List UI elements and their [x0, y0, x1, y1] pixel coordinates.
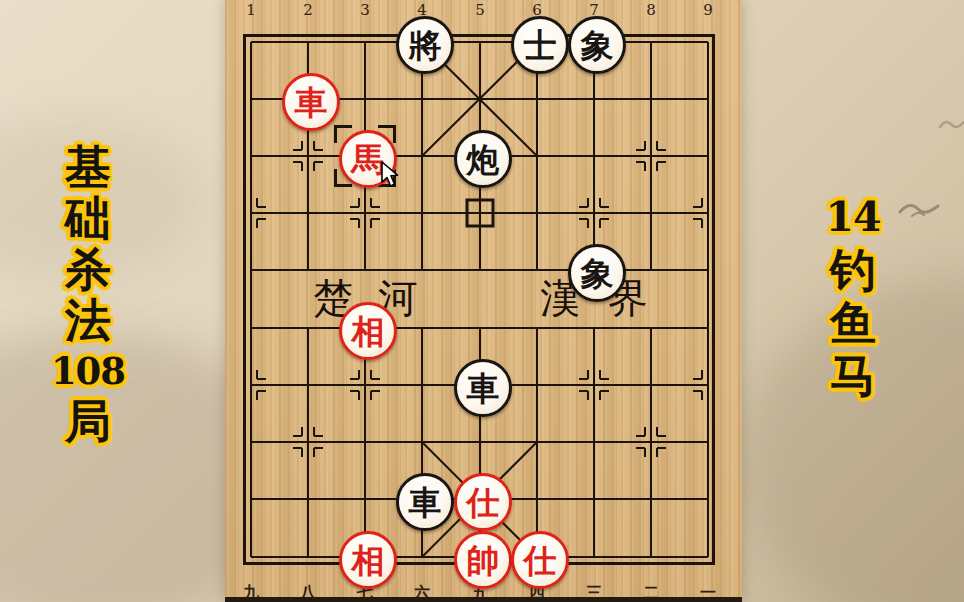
right-title-line: 14 [825, 190, 880, 244]
red-elephant-1-piece[interactable]: 相 [339, 302, 397, 360]
left-title: 基础杀法108局 [48, 142, 128, 447]
black-general-piece[interactable]: 將 [396, 16, 454, 74]
right-title-line: 钓 [830, 244, 876, 297]
right-title: 14钓鱼马 [813, 190, 893, 403]
black-cannon-piece[interactable]: 炮 [454, 130, 512, 188]
file-label-top: 5 [475, 1, 485, 19]
red-advisor-1-piece[interactable]: 仕 [454, 473, 512, 531]
board-edge-shadow [225, 597, 742, 602]
file-label-top: 8 [646, 1, 656, 19]
black-chariot-2-piece[interactable]: 車 [396, 473, 454, 531]
file-label-top: 9 [703, 1, 713, 19]
red-general-piece[interactable]: 帥 [454, 531, 512, 589]
red-advisor-2-piece[interactable]: 仕 [511, 531, 569, 589]
file-label-top: 2 [303, 1, 313, 19]
right-title-line: 马 [830, 350, 876, 403]
left-title-line: 杀 [65, 244, 111, 295]
left-title-line: 局 [65, 396, 111, 447]
black-advisor-piece[interactable]: 士 [511, 16, 569, 74]
red-elephant-2-piece[interactable]: 相 [339, 531, 397, 589]
left-title-line: 108 [51, 346, 125, 396]
bird-icon [938, 116, 964, 132]
left-title-line: 础 [65, 193, 111, 244]
left-title-line: 基 [65, 142, 111, 193]
left-title-line: 法 [65, 295, 111, 346]
red-chariot-piece[interactable]: 車 [282, 73, 340, 131]
file-label-top: 3 [360, 1, 370, 19]
black-elephant-1-piece[interactable]: 象 [568, 16, 626, 74]
right-title-line: 鱼 [830, 297, 876, 350]
video-frame: 123456789九八七六五四三二一楚河漢界將士象車馬炮象相車車仕相帥仕 基础杀… [0, 0, 964, 602]
bird-icon [898, 196, 940, 222]
black-elephant-2-piece[interactable]: 象 [568, 244, 626, 302]
xiangqi-board[interactable]: 123456789九八七六五四三二一楚河漢界將士象車馬炮象相車車仕相帥仕 [225, 0, 742, 602]
file-label-top: 1 [246, 1, 256, 19]
red-horse-piece[interactable]: 馬 [339, 130, 397, 188]
black-chariot-1-piece[interactable]: 車 [454, 359, 512, 417]
